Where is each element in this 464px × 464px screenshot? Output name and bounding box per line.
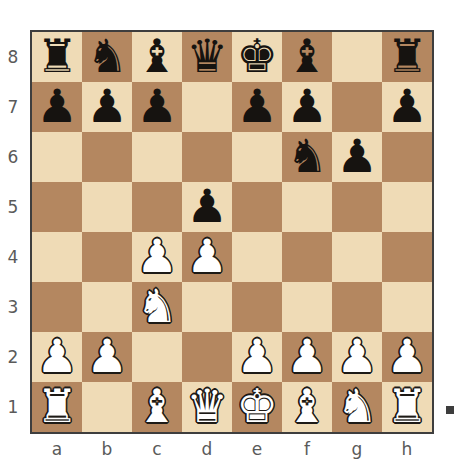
square-d5[interactable]: ♟ (182, 182, 232, 232)
square-g1[interactable]: ♞ (332, 382, 382, 432)
square-d7[interactable] (182, 82, 232, 132)
square-c3[interactable]: ♞ (132, 282, 182, 332)
square-g2[interactable]: ♟ (332, 332, 382, 382)
black-pawn-c7[interactable]: ♟ (136, 83, 177, 129)
black-knight-f6[interactable]: ♞ (286, 133, 327, 179)
square-h5[interactable] (382, 182, 432, 232)
rank-label-4: 4 (0, 232, 26, 282)
square-a3[interactable] (32, 282, 82, 332)
chess-board: ♜♞♝♛♚♝♜♟♟♟♟♟♟♞♟♟♟♟♞♟♟♟♟♟♟♜♝♛♚♝♞♜ (30, 30, 434, 434)
square-b2[interactable]: ♟ (82, 332, 132, 382)
black-knight-b8[interactable]: ♞ (86, 33, 127, 79)
rank-label-3: 3 (0, 282, 26, 332)
rank-label-5: 5 (0, 182, 26, 232)
square-b3[interactable] (82, 282, 132, 332)
rank-label-1: 1 (0, 382, 26, 432)
file-label-b: b (82, 434, 132, 464)
square-c2[interactable] (132, 332, 182, 382)
white-pawn-a2[interactable]: ♟ (36, 333, 77, 379)
black-pawn-h7[interactable]: ♟ (386, 83, 427, 129)
square-e4[interactable] (232, 232, 282, 282)
square-e8[interactable]: ♚ (232, 32, 282, 82)
square-b4[interactable] (82, 232, 132, 282)
square-f1[interactable]: ♝ (282, 382, 332, 432)
square-h7[interactable]: ♟ (382, 82, 432, 132)
rank-label-8: 8 (0, 32, 26, 82)
square-e1[interactable]: ♚ (232, 382, 282, 432)
white-king-e1[interactable]: ♚ (236, 383, 277, 429)
square-b8[interactable]: ♞ (82, 32, 132, 82)
square-g7[interactable] (332, 82, 382, 132)
white-pawn-c4[interactable]: ♟ (136, 233, 177, 279)
square-d6[interactable] (182, 132, 232, 182)
square-h3[interactable] (382, 282, 432, 332)
white-knight-g1[interactable]: ♞ (336, 383, 377, 429)
square-h2[interactable]: ♟ (382, 332, 432, 382)
white-pawn-e2[interactable]: ♟ (236, 333, 277, 379)
square-c4[interactable]: ♟ (132, 232, 182, 282)
square-e3[interactable] (232, 282, 282, 332)
chess-game-page: 87654321 ♜♞♝♛♚♝♜♟♟♟♟♟♟♞♟♟♟♟♞♟♟♟♟♟♟♜♝♛♚♝♞… (0, 0, 464, 464)
black-queen-d8[interactable]: ♛ (186, 33, 227, 79)
square-g5[interactable] (332, 182, 382, 232)
square-h8[interactable]: ♜ (382, 32, 432, 82)
file-label-h: h (382, 434, 432, 464)
white-bishop-f1[interactable]: ♝ (286, 383, 327, 429)
white-queen-d1[interactable]: ♛ (186, 383, 227, 429)
square-a1[interactable]: ♜ (32, 382, 82, 432)
square-a2[interactable]: ♟ (32, 332, 82, 382)
square-f8[interactable]: ♝ (282, 32, 332, 82)
black-pawn-e7[interactable]: ♟ (236, 83, 277, 129)
square-f4[interactable] (282, 232, 332, 282)
square-f3[interactable] (282, 282, 332, 332)
square-f2[interactable]: ♟ (282, 332, 332, 382)
white-pawn-f2[interactable]: ♟ (286, 333, 327, 379)
rank-label-7: 7 (0, 82, 26, 132)
black-king-e8[interactable]: ♚ (236, 33, 277, 79)
square-e6[interactable] (232, 132, 282, 182)
white-knight-c3[interactable]: ♞ (136, 283, 177, 329)
square-f5[interactable] (282, 182, 332, 232)
file-label-c: c (132, 434, 182, 464)
square-h1[interactable]: ♜ (382, 382, 432, 432)
square-b6[interactable] (82, 132, 132, 182)
square-h4[interactable] (382, 232, 432, 282)
square-b7[interactable]: ♟ (82, 82, 132, 132)
file-label-g: g (332, 434, 382, 464)
rank-label-2: 2 (0, 332, 26, 382)
square-b5[interactable] (82, 182, 132, 232)
square-g6[interactable]: ♟ (332, 132, 382, 182)
square-a6[interactable] (32, 132, 82, 182)
square-f7[interactable]: ♟ (282, 82, 332, 132)
black-pawn-b7[interactable]: ♟ (86, 83, 127, 129)
square-a7[interactable]: ♟ (32, 82, 82, 132)
black-pawn-f7[interactable]: ♟ (286, 83, 327, 129)
square-b1[interactable] (82, 382, 132, 432)
square-g8[interactable] (332, 32, 382, 82)
black-rook-h8[interactable]: ♜ (386, 33, 427, 79)
square-d2[interactable] (182, 332, 232, 382)
white-pawn-d4[interactable]: ♟ (186, 233, 227, 279)
file-label-f: f (282, 434, 332, 464)
black-pawn-d5[interactable]: ♟ (186, 183, 227, 229)
square-g4[interactable] (332, 232, 382, 282)
file-label-d: d (182, 434, 232, 464)
white-rook-h1[interactable]: ♜ (386, 383, 427, 429)
square-e7[interactable]: ♟ (232, 82, 282, 132)
white-bishop-c1[interactable]: ♝ (136, 383, 177, 429)
file-label-a: a (32, 434, 82, 464)
white-rook-a1[interactable]: ♜ (36, 383, 77, 429)
white-pawn-b2[interactable]: ♟ (86, 333, 127, 379)
black-rook-a8[interactable]: ♜ (36, 33, 77, 79)
square-c5[interactable] (132, 182, 182, 232)
rank-label-6: 6 (0, 132, 26, 182)
white-pawn-h2[interactable]: ♟ (386, 333, 427, 379)
square-c6[interactable] (132, 132, 182, 182)
square-a5[interactable] (32, 182, 82, 232)
move-indicator (446, 406, 454, 414)
file-label-e: e (232, 434, 282, 464)
square-h6[interactable] (382, 132, 432, 182)
square-d1[interactable]: ♛ (182, 382, 232, 432)
square-g3[interactable] (332, 282, 382, 332)
black-bishop-f8[interactable]: ♝ (286, 33, 327, 79)
square-d3[interactable] (182, 282, 232, 332)
white-pawn-g2[interactable]: ♟ (336, 333, 377, 379)
square-a4[interactable] (32, 232, 82, 282)
square-d4[interactable]: ♟ (182, 232, 232, 282)
black-pawn-a7[interactable]: ♟ (36, 83, 77, 129)
square-c8[interactable]: ♝ (132, 32, 182, 82)
square-f6[interactable]: ♞ (282, 132, 332, 182)
square-c1[interactable]: ♝ (132, 382, 182, 432)
square-d8[interactable]: ♛ (182, 32, 232, 82)
black-pawn-g6[interactable]: ♟ (336, 133, 377, 179)
square-a8[interactable]: ♜ (32, 32, 82, 82)
black-bishop-c8[interactable]: ♝ (136, 33, 177, 79)
square-e5[interactable] (232, 182, 282, 232)
square-c7[interactable]: ♟ (132, 82, 182, 132)
square-e2[interactable]: ♟ (232, 332, 282, 382)
